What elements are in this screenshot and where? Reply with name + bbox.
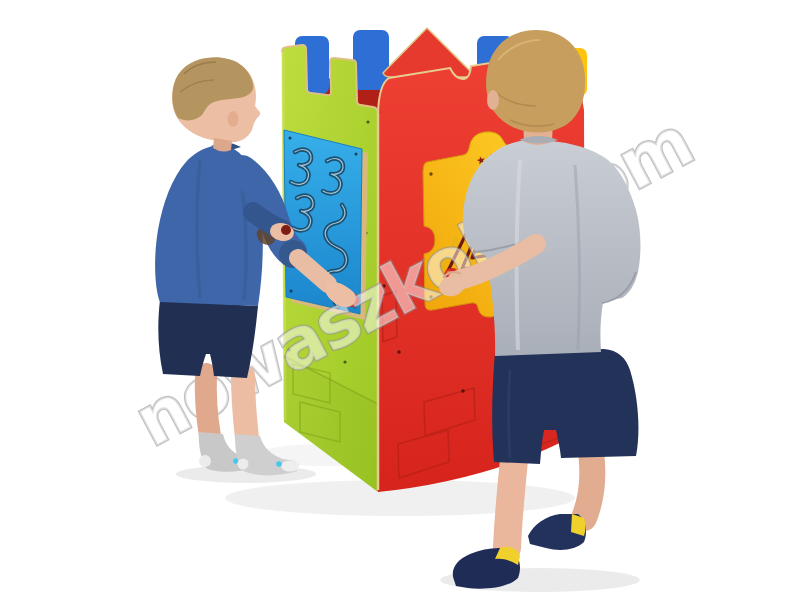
left-boy-head [172,57,260,151]
battlement-red-peak [383,28,472,77]
right-boy-right-leg [584,452,592,518]
right-boy-shorts [492,349,638,464]
hair [486,30,585,133]
sock-logo-dot [276,461,282,467]
ear [228,111,239,127]
right-boy-head [486,30,585,133]
battlement-blue-mid [353,30,389,90]
ear [487,90,499,110]
right-boy-left-foot [453,547,520,589]
right-boy-right-foot [528,514,586,550]
left-boy-back-leg [206,374,210,436]
left-boy-front-leg [243,376,247,438]
shorts-fold [509,370,511,458]
right-boy-left-leg [507,460,514,548]
scene-canvas: ★★★ nowaszkola.com [0,0,800,600]
product-photo: ★★★ nowaszkola.com [0,0,800,600]
gripped-knob [281,225,291,235]
